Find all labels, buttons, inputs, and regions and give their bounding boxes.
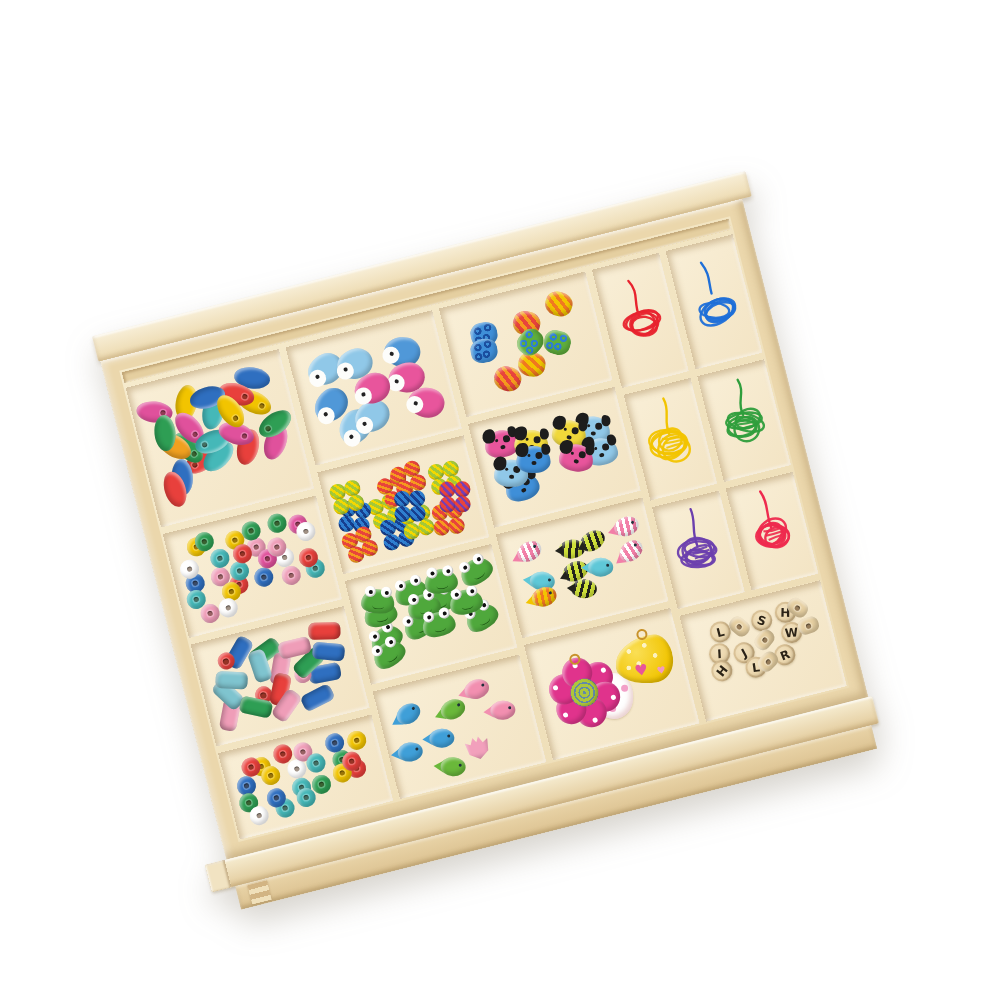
frog-pupil (475, 556, 481, 562)
frog-pupil (384, 590, 389, 595)
clover-petal (439, 481, 455, 497)
bird-heart: ♥ (633, 661, 651, 679)
bead-hole (191, 451, 198, 458)
dog-nose (532, 461, 537, 465)
bead-hole (191, 431, 198, 438)
cord-bundle-green-cord (704, 364, 784, 478)
bead-round (208, 547, 231, 570)
bead-hole (289, 573, 295, 579)
bead-hole (259, 403, 266, 410)
bead-hole (764, 658, 771, 665)
bee-tail (566, 583, 575, 593)
frog-pupil (397, 583, 403, 589)
bead-round (345, 729, 368, 752)
bead-hedgehog (335, 346, 375, 382)
bird-heart: ♥ (656, 665, 667, 676)
bead-bug (542, 289, 575, 320)
bead-hole (232, 415, 239, 422)
bead-cylinder (308, 622, 340, 640)
clover-petal (394, 506, 410, 522)
bead-hole (794, 604, 801, 611)
pendant-bird: ♥♥ (609, 626, 678, 690)
bead-bee (566, 578, 597, 599)
bead-hole (313, 760, 319, 766)
bead-hole (264, 425, 271, 432)
dog-ear (542, 444, 551, 455)
frog-pupil (412, 577, 418, 583)
bead-hole (201, 441, 207, 447)
dog-nose (500, 445, 505, 450)
clover-petal (409, 490, 425, 506)
bead-hole (253, 544, 259, 550)
dog-eye-patch (571, 427, 579, 435)
frog-pupil (441, 610, 446, 615)
bead-hole (303, 795, 309, 801)
bead-tulip (463, 733, 492, 762)
frog-pupil (387, 639, 393, 645)
bead-frog (360, 586, 394, 615)
cord-drawing (655, 493, 742, 607)
cord-bundle-yellow-cord (629, 382, 711, 497)
bead-hole (736, 623, 743, 630)
bead-hole (248, 764, 254, 770)
bead-hole (192, 580, 198, 586)
bead-frog (422, 565, 458, 596)
cord-bundle-bright-red-cord (728, 474, 815, 588)
bead-hole (282, 554, 288, 560)
bead-hole (294, 766, 300, 772)
clover-petal (338, 515, 355, 532)
frog-pupil (429, 571, 434, 576)
bead-hole (280, 750, 286, 756)
bead-box: ♥♥LRSHWIJHL (94, 174, 881, 910)
bead-hole (246, 800, 252, 806)
bead-dog (517, 444, 551, 473)
dog-nose (509, 475, 514, 479)
bead-hole (268, 772, 274, 778)
clover-petal (455, 496, 471, 512)
bead-hole (303, 529, 309, 535)
bead-cylinder (300, 683, 336, 713)
clover-petal (394, 491, 410, 507)
bead-hole (273, 795, 279, 801)
bead-hole (805, 623, 811, 629)
bead-hole (193, 596, 199, 602)
bead-hole (318, 781, 324, 787)
bead-hole (332, 740, 338, 746)
clover-petal (440, 496, 456, 512)
box-shadow-wrapper: ♥♥LRSHWIJHL (0, 0, 1000, 1000)
clover-petal (454, 481, 470, 497)
bead-hole (207, 610, 213, 616)
bead-round (252, 565, 275, 588)
frog-pupil (411, 597, 417, 603)
bead-hole (241, 394, 247, 400)
bead-hole (218, 574, 224, 580)
bee-tail (554, 546, 563, 557)
bead-fish (422, 728, 455, 749)
bead-hole (242, 432, 248, 438)
bead-cylinder (215, 671, 248, 690)
bead-fish (433, 756, 466, 778)
bead-hole (217, 556, 223, 562)
bead-hole (256, 812, 262, 818)
product-photo-scene: ♥♥LRSHWIJHL (0, 0, 1000, 1000)
bead-clover (439, 481, 470, 512)
bead-round (265, 512, 288, 535)
bead-hole (353, 737, 359, 743)
bead-round (280, 564, 303, 587)
dog-eye (563, 427, 566, 430)
finger-joints (247, 880, 271, 904)
dog-ear (540, 428, 550, 439)
bead-hole (231, 538, 237, 544)
frog-pupil (453, 592, 458, 597)
bead-hole (186, 566, 192, 572)
fish-body (490, 700, 516, 721)
compartment-oval-beads (126, 349, 314, 527)
dog-nose (566, 435, 571, 440)
bead-bee (573, 526, 608, 557)
bead-hole (236, 568, 242, 574)
bead-hole (222, 658, 229, 665)
bead-hole (244, 783, 250, 789)
clover-petal (433, 518, 450, 535)
bead-fish (387, 699, 425, 733)
clover-petal (448, 517, 465, 534)
bead-fish (390, 741, 425, 765)
clover-petal (409, 505, 425, 521)
bead-hole (260, 691, 267, 698)
dog-ear (601, 415, 611, 427)
frog-pupil (372, 634, 378, 640)
bead-hole (264, 556, 270, 562)
bead-hole (274, 520, 280, 526)
frog-pupil (368, 589, 373, 594)
bead-round (216, 597, 239, 620)
bead-hole (225, 605, 231, 611)
bead-hole (306, 554, 312, 560)
bead-cylinder (312, 642, 345, 662)
hedgehog-eye (395, 380, 399, 384)
dog-eye (495, 439, 498, 442)
cord-drawing (629, 382, 711, 497)
frog-pupil (445, 569, 450, 574)
bead-frog (454, 550, 496, 590)
bead-hole (349, 758, 355, 764)
bead-hole (282, 806, 288, 812)
bead-hole (300, 749, 306, 755)
cord-drawing (728, 474, 815, 588)
bead-hedgehog (405, 383, 448, 422)
bead-hole (228, 588, 234, 594)
frog-pupil (374, 648, 380, 654)
bead-clover (394, 490, 425, 521)
fish-eye (447, 734, 450, 737)
bead-hole (248, 528, 254, 534)
rail-end-cap (205, 860, 231, 892)
frog-pupil (462, 565, 468, 571)
bead-fish (483, 700, 516, 722)
fish-eye (548, 578, 551, 581)
fish-body (429, 728, 455, 748)
frog-pupil (426, 614, 431, 619)
bead-hole (274, 544, 280, 550)
bead-hole (339, 770, 345, 776)
cord-drawing (704, 364, 784, 478)
bead-hole (201, 539, 207, 545)
fish-body (589, 558, 614, 577)
cord-bundle-purple-cord (655, 493, 742, 607)
bead-fish (582, 558, 614, 578)
bead-hole (240, 551, 246, 557)
bead-fish (455, 676, 492, 705)
fish-body (440, 756, 466, 777)
dog-eye (526, 437, 529, 440)
bead-bug (541, 328, 573, 358)
bead-dog (558, 440, 596, 473)
bead-fish (508, 537, 546, 570)
bead-hole (260, 574, 266, 580)
bead-hole (761, 636, 768, 643)
